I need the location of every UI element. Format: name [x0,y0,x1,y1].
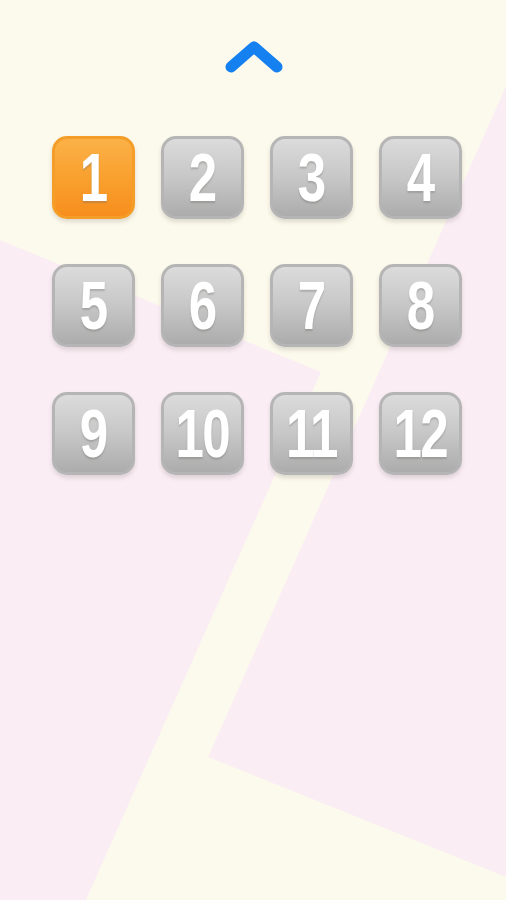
level-number: 7 [298,271,325,340]
level-button-1[interactable]: 1 [52,136,135,219]
level-number: 2 [189,143,216,212]
level-number: 6 [189,271,216,340]
level-button-2[interactable]: 2 [161,136,244,219]
level-number: 11 [286,399,337,468]
level-button-8[interactable]: 8 [379,264,462,347]
level-button-4[interactable]: 4 [379,136,462,219]
level-button-3[interactable]: 3 [270,136,353,219]
level-number: 1 [80,143,107,212]
level-number: 12 [394,399,448,468]
level-button-6[interactable]: 6 [161,264,244,347]
level-button-12[interactable]: 12 [379,392,462,475]
level-button-10[interactable]: 10 [161,392,244,475]
level-number: 9 [80,399,107,468]
level-button-11[interactable]: 11 [270,392,353,475]
level-number: 3 [298,143,325,212]
chevron-up-icon [222,37,286,77]
level-number: 4 [407,143,434,212]
level-number: 5 [80,271,107,340]
level-button-5[interactable]: 5 [52,264,135,347]
level-number: 10 [176,399,230,468]
level-button-9[interactable]: 9 [52,392,135,475]
level-number: 8 [407,271,434,340]
level-grid: 1 2 3 4 5 6 7 8 9 10 11 12 [52,136,462,475]
level-button-7[interactable]: 7 [270,264,353,347]
collapse-panel-button[interactable] [222,37,286,77]
